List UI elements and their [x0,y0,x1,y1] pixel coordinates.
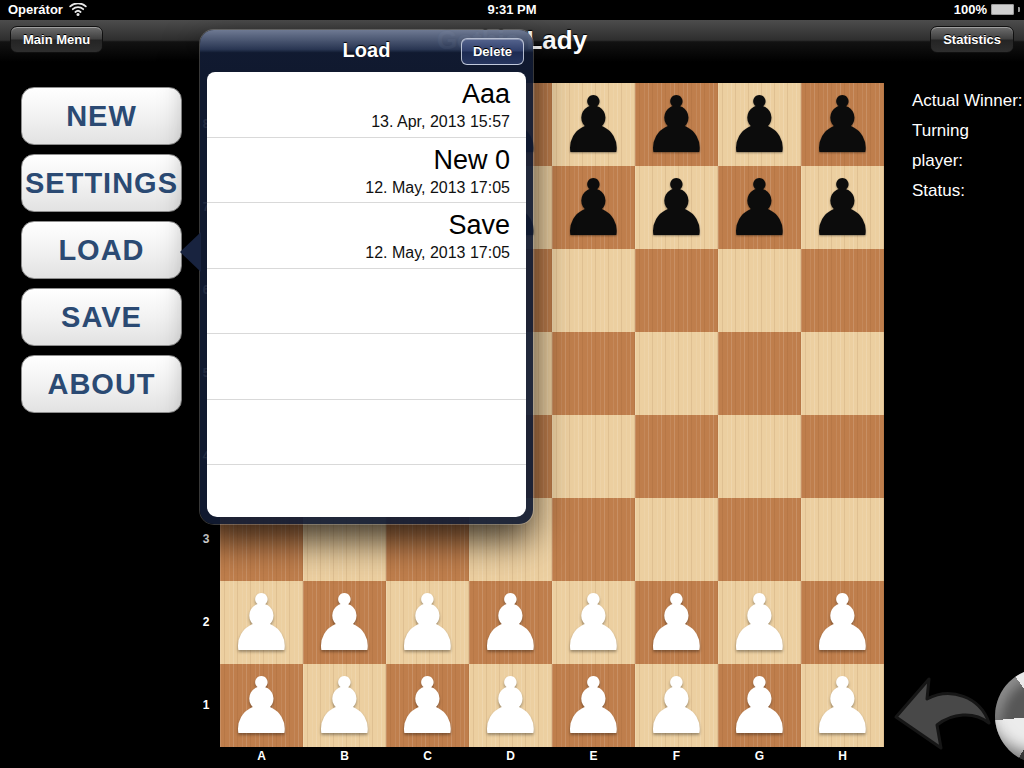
black-pawn: ♟ [801,166,884,250]
saved-game-date: 12. May, 2013 17:05 [365,242,510,263]
app-screen: { "game": "Gothic checkers (gothic draug… [0,0,1024,768]
empty-list-row [207,465,526,517]
white-pawn: ♟ [718,664,801,748]
white-pawn: ♟ [635,664,718,748]
saved-game-row-2[interactable]: New 012. May, 2013 17:05 [207,138,526,204]
white-pawn: ♟ [386,581,469,665]
side-menu: NEW SETTINGS LOAD SAVE ABOUT [21,87,182,422]
battery-nub [1018,7,1020,12]
black-pawn: ♟ [635,83,718,167]
square-f4[interactable] [635,415,718,498]
popover-header: Load Delete [200,30,533,72]
black-pawn: ♟ [801,83,884,167]
square-g5[interactable] [718,332,801,415]
black-pawn: ♟ [718,83,801,167]
status-bar: Operátor 9:31 PM 100% [0,0,1024,20]
white-pawn: ♟ [220,664,303,748]
square-g2[interactable]: ♟ [718,581,801,664]
square-h7[interactable]: ♟ [801,166,884,249]
square-a2[interactable]: ♟ [220,581,303,664]
square-b1[interactable]: ♟ [303,664,386,747]
square-f8[interactable]: ♟ [635,83,718,166]
square-f1[interactable]: ♟ [635,664,718,747]
square-g1[interactable]: ♟ [718,664,801,747]
file-label-g: G [718,747,801,767]
white-pawn: ♟ [220,581,303,665]
square-e3[interactable] [552,498,635,581]
battery-icon [991,4,1014,15]
square-h4[interactable] [801,415,884,498]
square-h2[interactable]: ♟ [801,581,884,664]
saved-game-date: 13. Apr, 2013 15:57 [371,111,510,132]
square-e5[interactable] [552,332,635,415]
square-e2[interactable]: ♟ [552,581,635,664]
square-f3[interactable] [635,498,718,581]
undo-arrow-icon[interactable] [890,665,995,757]
file-label-h: H [801,747,884,767]
square-e8[interactable]: ♟ [552,83,635,166]
white-pawn: ♟ [552,581,635,665]
saved-game-name: Aaa [462,78,510,111]
battery-percent: 100% [954,2,987,17]
menu-button-about[interactable]: ABOUT [21,355,182,413]
actual-winner-label: Actual Winner: [912,86,1024,116]
black-pawn: ♟ [552,83,635,167]
square-d2[interactable]: ♟ [469,581,552,664]
info-panel: Actual Winner: Turning player: Status: [912,86,1024,206]
square-c2[interactable]: ♟ [386,581,469,664]
square-e1[interactable]: ♟ [552,664,635,747]
saved-game-row-1[interactable]: Aaa13. Apr, 2013 15:57 [207,72,526,138]
square-h5[interactable] [801,332,884,415]
black-pawn: ♟ [635,166,718,250]
black-pawn: ♟ [552,166,635,250]
main-menu-button[interactable]: Main Menu [10,26,103,53]
menu-button-new[interactable]: NEW [21,87,182,145]
rank-label-1: 1 [198,664,214,747]
square-e4[interactable] [552,415,635,498]
square-a1[interactable]: ♟ [220,664,303,747]
empty-list-row [207,269,526,335]
square-e6[interactable] [552,249,635,332]
saved-game-name: Save [448,209,510,242]
file-label-f: F [635,747,718,767]
square-g4[interactable] [718,415,801,498]
empty-list-row [207,334,526,400]
white-pawn: ♟ [303,664,386,748]
rank-label-2: 2 [198,581,214,664]
square-e7[interactable]: ♟ [552,166,635,249]
square-h6[interactable] [801,249,884,332]
white-pawn: ♟ [552,664,635,748]
file-label-a: A [220,747,303,767]
white-pawn: ♟ [469,664,552,748]
statistics-button[interactable]: Statistics [930,26,1014,53]
white-pawn: ♟ [635,581,718,665]
square-h3[interactable] [801,498,884,581]
saved-game-row-3[interactable]: Save12. May, 2013 17:05 [207,203,526,269]
square-f2[interactable]: ♟ [635,581,718,664]
square-g8[interactable]: ♟ [718,83,801,166]
square-f7[interactable]: ♟ [635,166,718,249]
delete-button[interactable]: Delete [461,38,524,65]
file-label-d: D [469,747,552,767]
file-label-e: E [552,747,635,767]
status-label: Status: [912,176,1024,206]
menu-button-settings[interactable]: SETTINGS [21,154,182,212]
square-f5[interactable] [635,332,718,415]
white-pawn: ♟ [801,581,884,665]
white-pawn: ♟ [303,581,386,665]
turning-player-label: Turning player: [912,116,1024,176]
load-popover: Load Delete Aaa13. Apr, 2013 15:57New 01… [200,30,533,524]
black-pawn: ♟ [718,166,801,250]
menu-button-load[interactable]: LOAD [21,221,182,279]
square-h8[interactable]: ♟ [801,83,884,166]
clock: 9:31 PM [0,2,1024,17]
popover-arrow [180,232,201,272]
square-g7[interactable]: ♟ [718,166,801,249]
saved-game-date: 12. May, 2013 17:05 [365,177,510,198]
saved-games-list: Aaa13. Apr, 2013 15:57New 012. May, 2013… [207,72,526,517]
file-label-b: B [303,747,386,767]
white-pawn: ♟ [718,581,801,665]
square-c1[interactable]: ♟ [386,664,469,747]
square-f6[interactable] [635,249,718,332]
white-pawn: ♟ [386,664,469,748]
white-pawn: ♟ [469,581,552,665]
square-b2[interactable]: ♟ [303,581,386,664]
file-label-c: C [386,747,469,767]
square-d1[interactable]: ♟ [469,664,552,747]
square-g6[interactable] [718,249,801,332]
white-pawn: ♟ [801,664,884,748]
empty-list-row [207,400,526,466]
saved-game-name: New 0 [433,144,510,177]
help-ball-icon[interactable] [995,668,1024,764]
menu-button-save[interactable]: SAVE [21,288,182,346]
square-g3[interactable] [718,498,801,581]
square-h1[interactable]: ♟ [801,664,884,747]
